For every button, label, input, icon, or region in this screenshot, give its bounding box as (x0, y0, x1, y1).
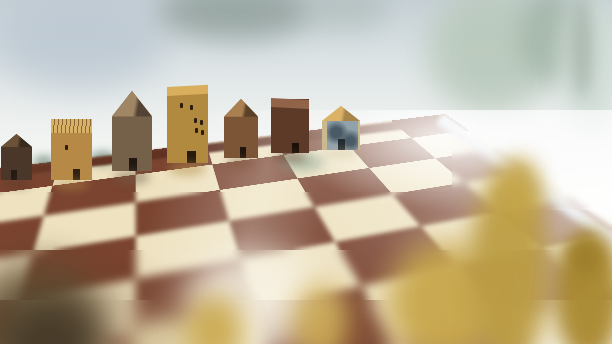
stock-photo-houses-on-chessboard (0, 0, 612, 344)
foreground-pawns-bokeh (0, 0, 612, 344)
foreground-pawn-bokeh (566, 236, 604, 278)
foreground-pawn-bokeh (126, 316, 188, 344)
foreground-pawn-bokeh (496, 158, 540, 220)
